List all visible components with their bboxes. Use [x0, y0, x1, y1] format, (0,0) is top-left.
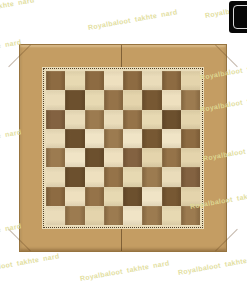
square-b7[interactable] [65, 90, 84, 109]
square-a1[interactable] [46, 206, 65, 225]
frame-miter-seam [8, 229, 31, 252]
square-f2[interactable] [142, 187, 161, 206]
square-a6[interactable] [46, 110, 65, 129]
square-b6[interactable] [65, 110, 84, 129]
square-f6[interactable] [142, 110, 161, 129]
chessboard [20, 45, 226, 251]
square-c7[interactable] [85, 90, 104, 109]
square-a3[interactable] [46, 167, 65, 186]
square-a5[interactable] [46, 129, 65, 148]
square-d6[interactable] [104, 110, 123, 129]
square-a4[interactable] [46, 148, 65, 167]
square-g5[interactable] [162, 129, 181, 148]
square-b8[interactable] [65, 71, 84, 90]
decorative-dotted-border [43, 68, 203, 228]
watermark-text: Royalbaloot takhte nard [0, 38, 22, 61]
square-d4[interactable] [104, 148, 123, 167]
square-g3[interactable] [162, 167, 181, 186]
square-d7[interactable] [104, 90, 123, 109]
square-a8[interactable] [46, 71, 65, 90]
square-h6[interactable] [181, 110, 200, 129]
square-h2[interactable] [181, 187, 200, 206]
square-f4[interactable] [142, 148, 161, 167]
square-h3[interactable] [181, 167, 200, 186]
square-c3[interactable] [85, 167, 104, 186]
square-g2[interactable] [162, 187, 181, 206]
watermark-text: Royalbaloot takhte nard [177, 253, 247, 276]
square-e2[interactable] [123, 187, 142, 206]
square-d5[interactable] [104, 129, 123, 148]
fold-seam [121, 45, 122, 68]
frame-miter-seam [215, 229, 238, 252]
square-f8[interactable] [142, 71, 161, 90]
square-g7[interactable] [162, 90, 181, 109]
square-c8[interactable] [85, 71, 104, 90]
square-b2[interactable] [65, 187, 84, 206]
frame-miter-seam [8, 45, 31, 68]
square-h5[interactable] [181, 129, 200, 148]
square-a2[interactable] [46, 187, 65, 206]
square-g4[interactable] [162, 148, 181, 167]
square-c2[interactable] [85, 187, 104, 206]
square-f3[interactable] [142, 167, 161, 186]
square-d1[interactable] [104, 206, 123, 225]
square-h8[interactable] [181, 71, 200, 90]
watermark-text: Royalbaloot takhte nard [0, 222, 22, 245]
square-e4[interactable] [123, 148, 142, 167]
square-d2[interactable] [104, 187, 123, 206]
square-h1[interactable] [181, 206, 200, 225]
square-b5[interactable] [65, 129, 84, 148]
square-f5[interactable] [142, 129, 161, 148]
square-b3[interactable] [65, 167, 84, 186]
square-e5[interactable] [123, 129, 142, 148]
watermark-text: Royalbaloot takhte nard [87, 8, 177, 31]
logo-frame-icon [233, 5, 247, 29]
square-e7[interactable] [123, 90, 142, 109]
frame-miter-seam [215, 45, 238, 68]
square-e1[interactable] [123, 206, 142, 225]
fold-seam [121, 228, 122, 251]
square-h7[interactable] [181, 90, 200, 109]
square-c6[interactable] [85, 110, 104, 129]
square-e8[interactable] [123, 71, 142, 90]
square-e6[interactable] [123, 110, 142, 129]
product-photo: Royalbaloot takhte nardRoyalbaloot takht… [0, 0, 247, 296]
square-g6[interactable] [162, 110, 181, 129]
board-margin [42, 67, 204, 229]
square-f1[interactable] [142, 206, 161, 225]
board-grid [46, 71, 200, 225]
square-c4[interactable] [85, 148, 104, 167]
square-h4[interactable] [181, 148, 200, 167]
square-f7[interactable] [142, 90, 161, 109]
watermark-text: Royalbaloot takhte nard [0, 252, 60, 275]
watermark-text: Royalbaloot takhte nard [79, 259, 169, 282]
square-b1[interactable] [65, 206, 84, 225]
square-c5[interactable] [85, 129, 104, 148]
watermark-text: Royalbaloot takhte nard [0, 0, 35, 19]
square-g8[interactable] [162, 71, 181, 90]
square-g1[interactable] [162, 206, 181, 225]
square-d8[interactable] [104, 71, 123, 90]
brand-logo [229, 1, 247, 33]
square-e3[interactable] [123, 167, 142, 186]
square-c1[interactable] [85, 206, 104, 225]
square-a7[interactable] [46, 90, 65, 109]
square-d3[interactable] [104, 167, 123, 186]
watermark-text: Royalbaloot takhte nard [0, 128, 22, 151]
square-b4[interactable] [65, 148, 84, 167]
